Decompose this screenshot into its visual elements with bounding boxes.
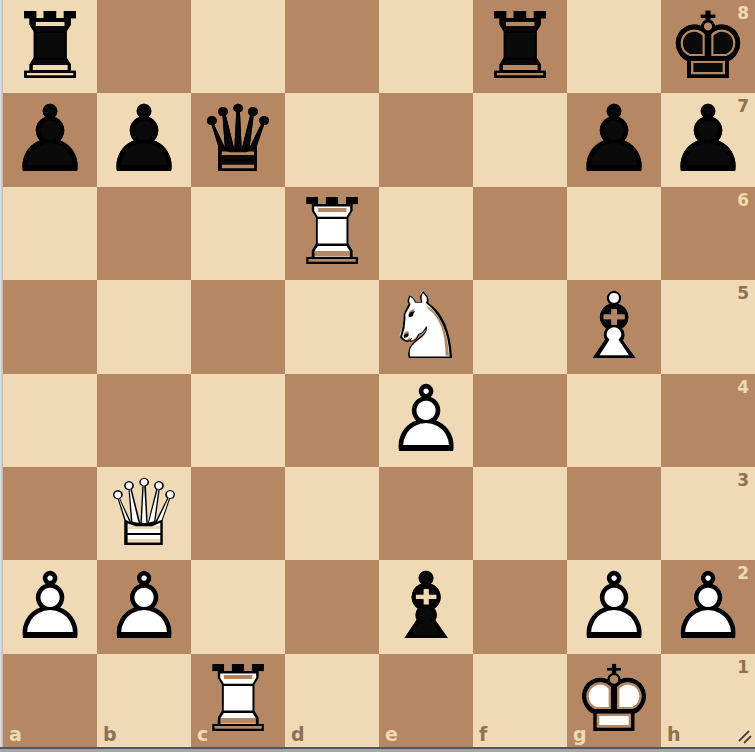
square-h2[interactable]: 2♟♙ — [661, 560, 755, 653]
square-b8[interactable] — [97, 0, 191, 93]
square-b5[interactable] — [97, 280, 191, 373]
white-pawn-piece[interactable]: ♟♙ — [3, 560, 97, 653]
square-d5[interactable] — [285, 280, 379, 373]
black-king-glyph-outline: ♔ — [661, 0, 755, 93]
square-b7[interactable]: ♟♙ — [97, 93, 191, 186]
square-c4[interactable] — [191, 374, 285, 467]
white-pawn-glyph-outline: ♙ — [3, 560, 97, 653]
square-a4[interactable] — [3, 374, 97, 467]
white-pawn-glyph-outline: ♙ — [379, 374, 473, 467]
square-d2[interactable] — [285, 560, 379, 653]
square-e5[interactable]: ♞♘ — [379, 280, 473, 373]
white-pawn-piece[interactable]: ♟♙ — [379, 374, 473, 467]
square-g1[interactable]: g♚♔ — [567, 654, 661, 747]
white-pawn-piece[interactable]: ♟♙ — [567, 560, 661, 653]
square-a3[interactable] — [3, 467, 97, 560]
square-d4[interactable] — [285, 374, 379, 467]
black-bishop-piece[interactable]: ♝♗ — [379, 560, 473, 653]
square-h4[interactable]: 4 — [661, 374, 755, 467]
square-d3[interactable] — [285, 467, 379, 560]
square-d7[interactable] — [285, 93, 379, 186]
square-e6[interactable] — [379, 187, 473, 280]
file-label-b: b — [103, 723, 117, 745]
square-a5[interactable] — [3, 280, 97, 373]
white-rook-glyph-outline: ♖ — [285, 187, 379, 280]
file-label-a: a — [9, 723, 22, 745]
square-h6[interactable]: 6 — [661, 187, 755, 280]
white-rook-piece[interactable]: ♜♖ — [191, 654, 285, 747]
black-king-piece[interactable]: ♚♔ — [661, 0, 755, 93]
resize-handle-icon[interactable] — [737, 729, 753, 745]
square-d8[interactable] — [285, 0, 379, 93]
white-pawn-piece[interactable]: ♟♙ — [97, 560, 191, 653]
black-pawn-piece[interactable]: ♟♙ — [567, 93, 661, 186]
square-g8[interactable] — [567, 0, 661, 93]
white-queen-piece[interactable]: ♛♕ — [97, 467, 191, 560]
file-label-e: e — [385, 723, 398, 745]
square-e3[interactable] — [379, 467, 473, 560]
black-pawn-piece[interactable]: ♟♙ — [3, 93, 97, 186]
black-pawn-glyph-outline: ♙ — [3, 93, 97, 186]
rank-label-3: 3 — [737, 470, 749, 490]
square-e8[interactable] — [379, 0, 473, 93]
square-b4[interactable] — [97, 374, 191, 467]
rank-label-6: 6 — [737, 190, 749, 210]
white-knight-glyph-outline: ♘ — [379, 280, 473, 373]
square-f6[interactable] — [473, 187, 567, 280]
white-rook-glyph-outline: ♖ — [191, 654, 285, 747]
square-f7[interactable] — [473, 93, 567, 186]
black-pawn-glyph-outline: ♙ — [567, 93, 661, 186]
black-pawn-glyph-outline: ♙ — [97, 93, 191, 186]
white-king-glyph-outline: ♔ — [567, 654, 661, 747]
square-h5[interactable]: 5 — [661, 280, 755, 373]
square-g6[interactable] — [567, 187, 661, 280]
square-g4[interactable] — [567, 374, 661, 467]
black-queen-piece[interactable]: ♛♕ — [191, 93, 285, 186]
black-rook-piece[interactable]: ♜♖ — [473, 0, 567, 93]
white-knight-piece[interactable]: ♞♘ — [379, 280, 473, 373]
file-label-f: f — [479, 723, 487, 745]
black-rook-glyph-outline: ♖ — [3, 0, 97, 93]
white-queen-glyph-outline: ♕ — [97, 467, 191, 560]
square-c1[interactable]: c♜♖ — [191, 654, 285, 747]
square-b6[interactable] — [97, 187, 191, 280]
square-h7[interactable]: 7♟♙ — [661, 93, 755, 186]
square-d1[interactable]: d — [285, 654, 379, 747]
square-a2[interactable]: ♟♙ — [3, 560, 97, 653]
square-c8[interactable] — [191, 0, 285, 93]
square-b1[interactable]: b — [97, 654, 191, 747]
file-label-d: d — [291, 723, 305, 745]
square-c3[interactable] — [191, 467, 285, 560]
square-f1[interactable]: f — [473, 654, 567, 747]
white-pawn-glyph-outline: ♙ — [661, 560, 755, 653]
square-a1[interactable]: a — [3, 654, 97, 747]
white-bishop-glyph-outline: ♗ — [567, 280, 661, 373]
square-f5[interactable] — [473, 280, 567, 373]
square-d6[interactable]: ♜♖ — [285, 187, 379, 280]
rank-label-1: 1 — [737, 657, 749, 677]
square-h3[interactable]: 3 — [661, 467, 755, 560]
square-g3[interactable] — [567, 467, 661, 560]
square-b2[interactable]: ♟♙ — [97, 560, 191, 653]
square-f4[interactable] — [473, 374, 567, 467]
square-h1[interactable]: 1h — [661, 654, 755, 747]
white-rook-piece[interactable]: ♜♖ — [285, 187, 379, 280]
rank-label-5: 5 — [737, 283, 749, 303]
board-frame: ♜♖♜♖8♚♔♟♙♟♙♛♕♟♙7♟♙♜♖6♞♘♝♗5♟♙4♛♕3♟♙♟♙♝♗♟♙… — [0, 0, 755, 747]
white-pawn-glyph-outline: ♙ — [97, 560, 191, 653]
file-label-h: h — [667, 723, 681, 745]
square-c6[interactable] — [191, 187, 285, 280]
square-e7[interactable] — [379, 93, 473, 186]
rank-label-4: 4 — [737, 377, 749, 397]
white-pawn-piece[interactable]: ♟♙ — [661, 560, 755, 653]
square-h8[interactable]: 8♚♔ — [661, 0, 755, 93]
square-a7[interactable]: ♟♙ — [3, 93, 97, 186]
square-a6[interactable] — [3, 187, 97, 280]
square-g2[interactable]: ♟♙ — [567, 560, 661, 653]
black-pawn-piece[interactable]: ♟♙ — [97, 93, 191, 186]
square-e4[interactable]: ♟♙ — [379, 374, 473, 467]
square-a8[interactable]: ♜♖ — [3, 0, 97, 93]
square-b3[interactable]: ♛♕ — [97, 467, 191, 560]
square-e1[interactable]: e — [379, 654, 473, 747]
black-pawn-glyph-outline: ♙ — [661, 93, 755, 186]
black-rook-piece[interactable]: ♜♖ — [3, 0, 97, 93]
square-e2[interactable]: ♝♗ — [379, 560, 473, 653]
square-c2[interactable] — [191, 560, 285, 653]
white-king-piece[interactable]: ♚♔ — [567, 654, 661, 747]
black-rook-glyph-outline: ♖ — [473, 0, 567, 93]
black-queen-glyph-outline: ♕ — [191, 93, 285, 186]
white-pawn-glyph-outline: ♙ — [567, 560, 661, 653]
chess-board[interactable]: ♜♖♜♖8♚♔♟♙♟♙♛♕♟♙7♟♙♜♖6♞♘♝♗5♟♙4♛♕3♟♙♟♙♝♗♟♙… — [3, 0, 755, 747]
black-bishop-glyph-outline: ♗ — [379, 560, 473, 653]
square-g5[interactable]: ♝♗ — [567, 280, 661, 373]
square-c5[interactable] — [191, 280, 285, 373]
square-f2[interactable] — [473, 560, 567, 653]
square-g7[interactable]: ♟♙ — [567, 93, 661, 186]
square-c7[interactable]: ♛♕ — [191, 93, 285, 186]
white-bishop-piece[interactable]: ♝♗ — [567, 280, 661, 373]
square-f3[interactable] — [473, 467, 567, 560]
black-pawn-piece[interactable]: ♟♙ — [661, 93, 755, 186]
square-f8[interactable]: ♜♖ — [473, 0, 567, 93]
